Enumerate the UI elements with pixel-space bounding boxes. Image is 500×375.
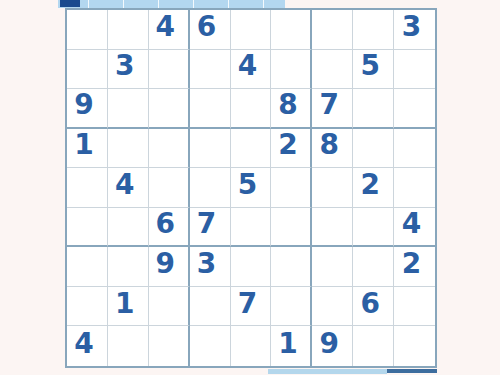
sudoku-cell-r5c4[interactable] [190,168,231,208]
given-digit: 6 [155,210,174,238]
given-digit: 4 [238,52,257,80]
sudoku-cell-r2c4[interactable] [190,50,231,90]
given-digit: 6 [360,290,379,318]
sudoku-cell-r9c1[interactable]: 4 [67,326,108,366]
given-digit: 4 [115,171,134,199]
sudoku-cell-r4c2[interactable] [108,129,149,169]
given-digit: 1 [278,330,297,358]
given-digit: 9 [155,250,174,278]
sudoku-cell-r3c3[interactable] [149,89,190,129]
sudoku-cell-r6c2[interactable] [108,208,149,248]
given-digit: 2 [402,250,421,278]
sudoku-cell-r3c4[interactable] [190,89,231,129]
given-digit: 2 [360,171,379,199]
sudoku-board: 463345987128452674932176419 [65,8,437,368]
sudoku-cell-r4c3[interactable] [149,129,190,169]
given-digit: 7 [197,210,216,238]
sudoku-cell-r5c6[interactable] [271,168,312,208]
sudoku-cell-r1c2[interactable] [108,10,149,50]
sudoku-cell-r7c2[interactable] [108,247,149,287]
sudoku-cell-r8c6[interactable] [271,287,312,327]
sudoku-cell-r7c9[interactable]: 2 [394,247,435,287]
sudoku-cell-r1c5[interactable] [231,10,272,50]
sudoku-cell-r4c1[interactable]: 1 [67,129,108,169]
sudoku-cell-r4c8[interactable] [353,129,394,169]
given-digit: 9 [74,91,93,119]
sudoku-cell-r1c8[interactable] [353,10,394,50]
sudoku-cell-r9c5[interactable] [231,326,272,366]
sudoku-cell-r5c5[interactable]: 5 [231,168,272,208]
given-digit: 8 [320,131,339,159]
sudoku-cell-r9c2[interactable] [108,326,149,366]
sudoku-cell-r9c7[interactable]: 9 [312,326,353,366]
sudoku-cell-r4c4[interactable] [190,129,231,169]
sudoku-cell-r1c9[interactable]: 3 [394,10,435,50]
sudoku-cell-r2c6[interactable] [271,50,312,90]
sudoku-cell-r9c3[interactable] [149,326,190,366]
window-fragment-bottom-light [268,369,387,374]
window-fragment-navy-chip [60,0,80,7]
sudoku-cell-r2c3[interactable] [149,50,190,90]
sudoku-cell-r5c7[interactable] [312,168,353,208]
toolbar-fragment-separator [193,0,194,8]
sudoku-cell-r8c7[interactable] [312,287,353,327]
sudoku-cell-r2c1[interactable] [67,50,108,90]
sudoku-cell-r1c7[interactable] [312,10,353,50]
sudoku-cell-r5c2[interactable]: 4 [108,168,149,208]
given-digit: 5 [360,52,379,80]
sudoku-cell-r6c6[interactable] [271,208,312,248]
given-digit: 3 [115,52,134,80]
sudoku-cell-r4c9[interactable] [394,129,435,169]
given-digit: 3 [197,250,216,278]
sudoku-cell-r6c1[interactable] [67,208,108,248]
sudoku-cell-r1c4[interactable]: 6 [190,10,231,50]
sudoku-cell-r9c8[interactable] [353,326,394,366]
sudoku-cell-r8c3[interactable] [149,287,190,327]
sudoku-cell-r7c5[interactable] [231,247,272,287]
toolbar-fragment-separator [158,0,159,8]
sudoku-cell-r6c7[interactable] [312,208,353,248]
sudoku-cell-r3c1[interactable]: 9 [67,89,108,129]
sudoku-cell-r7c8[interactable] [353,247,394,287]
sudoku-cell-r7c6[interactable] [271,247,312,287]
given-digit: 4 [402,210,421,238]
sudoku-cell-r9c9[interactable] [394,326,435,366]
given-digit: 8 [278,91,297,119]
sudoku-cell-r8c9[interactable] [394,287,435,327]
toolbar-fragment-separator [228,0,229,8]
sudoku-cell-r8c1[interactable] [67,287,108,327]
sudoku-cell-r4c5[interactable] [231,129,272,169]
window-fragment-bottom-dark [387,369,437,373]
toolbar-fragment-separator [123,0,124,8]
sudoku-cell-r3c7[interactable]: 7 [312,89,353,129]
sudoku-cell-r3c9[interactable] [394,89,435,129]
sudoku-cell-r3c2[interactable] [108,89,149,129]
sudoku-cell-r1c1[interactable] [67,10,108,50]
sudoku-cell-r5c9[interactable] [394,168,435,208]
sudoku-cell-r6c9[interactable]: 4 [394,208,435,248]
screenshot-stage: 463345987128452674932176419 [0,0,500,375]
sudoku-cell-r3c6[interactable]: 8 [271,89,312,129]
given-digit: 5 [238,171,257,199]
sudoku-cell-r2c2[interactable]: 3 [108,50,149,90]
given-digit: 1 [115,290,134,318]
sudoku-cell-r7c3[interactable]: 9 [149,247,190,287]
sudoku-cell-r3c8[interactable] [353,89,394,129]
given-digit: 1 [74,131,93,159]
sudoku-cell-r9c4[interactable] [190,326,231,366]
given-digit: 3 [402,13,421,41]
sudoku-cell-r2c8[interactable]: 5 [353,50,394,90]
sudoku-cell-r7c7[interactable] [312,247,353,287]
sudoku-cell-r2c9[interactable] [394,50,435,90]
sudoku-cell-r3c5[interactable] [231,89,272,129]
sudoku-cell-r8c4[interactable] [190,287,231,327]
given-digit: 4 [155,13,174,41]
sudoku-cell-r6c8[interactable] [353,208,394,248]
toolbar-fragment-separator [88,0,89,8]
toolbar-fragment-separator [263,0,264,8]
sudoku-cell-r7c1[interactable] [67,247,108,287]
sudoku-cell-r1c3[interactable]: 4 [149,10,190,50]
sudoku-cell-r8c2[interactable]: 1 [108,287,149,327]
sudoku-cell-r6c4[interactable]: 7 [190,208,231,248]
sudoku-cell-r7c4[interactable]: 3 [190,247,231,287]
given-digit: 7 [320,91,339,119]
given-digit: 6 [197,13,216,41]
sudoku-cell-r9c6[interactable]: 1 [271,326,312,366]
sudoku-cell-r6c5[interactable] [231,208,272,248]
sudoku-cell-r2c7[interactable] [312,50,353,90]
sudoku-cell-r5c3[interactable] [149,168,190,208]
sudoku-cell-r8c5[interactable]: 7 [231,287,272,327]
given-digit: 7 [238,290,257,318]
sudoku-cell-r1c6[interactable] [271,10,312,50]
sudoku-cell-r5c1[interactable] [67,168,108,208]
given-digit: 2 [278,131,297,159]
given-digit: 4 [74,330,93,358]
sudoku-cell-r4c7[interactable]: 8 [312,129,353,169]
toolbar-fragment-top [58,0,285,8]
sudoku-cell-r4c6[interactable]: 2 [271,129,312,169]
given-digit: 9 [320,330,339,358]
sudoku-cell-r8c8[interactable]: 6 [353,287,394,327]
sudoku-cell-r2c5[interactable]: 4 [231,50,272,90]
sudoku-cell-r5c8[interactable]: 2 [353,168,394,208]
sudoku-cell-r6c3[interactable]: 6 [149,208,190,248]
